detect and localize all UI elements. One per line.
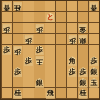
board-square-7i[interactable] [23, 88, 34, 99]
board-square-7a[interactable] [23, 1, 34, 12]
board-square-6g[interactable] [34, 66, 45, 77]
board-square-1d[interactable] [88, 34, 99, 45]
board-square-4a[interactable] [55, 1, 66, 12]
board-square-4h[interactable] [55, 77, 66, 88]
board-square-9d[interactable] [1, 34, 12, 45]
board-square-6d[interactable] [34, 34, 45, 45]
board-square-5f[interactable] [45, 55, 56, 66]
shogi-piece-pawn-8e[interactable]: 歩 [13, 46, 22, 56]
board-square-6b[interactable] [34, 12, 45, 23]
board-square-7b[interactable] [23, 12, 34, 23]
board-square-9h[interactable] [1, 77, 12, 88]
board-square-4f[interactable] [55, 55, 66, 66]
shogi-app-frame: 香桂香と歩歩金歩歩銀歩歩歩歩王角歩歩歩歩銀銀銀玉桂飛桂 [0, 0, 100, 100]
board-square-2b[interactable] [77, 12, 88, 23]
board-square-1b[interactable] [88, 12, 99, 23]
board-square-7h[interactable] [23, 77, 34, 88]
board-square-5c[interactable] [45, 23, 56, 34]
board-square-4g[interactable] [55, 66, 66, 77]
board-square-2f[interactable] [77, 55, 88, 66]
board-square-3c[interactable] [66, 23, 77, 34]
board-square-9b[interactable] [1, 12, 12, 23]
board-square-1e[interactable] [88, 45, 99, 56]
board-square-2a[interactable] [77, 1, 88, 12]
board-square-5a[interactable] [45, 1, 56, 12]
board-square-3e[interactable] [66, 45, 77, 56]
board-square-8f[interactable] [12, 55, 23, 66]
board-square-3a[interactable] [66, 1, 77, 12]
board-square-4d[interactable] [55, 34, 66, 45]
board-square-3b[interactable] [66, 12, 77, 23]
board-square-4c[interactable] [55, 23, 66, 34]
board-square-9f[interactable] [1, 55, 12, 66]
board-square-5g[interactable] [45, 66, 56, 77]
board-square-7g[interactable] [23, 66, 34, 77]
board-square-4e[interactable] [55, 45, 66, 56]
board-square-6a[interactable] [34, 1, 45, 12]
board-square-3h[interactable] [66, 77, 77, 88]
board-square-2e[interactable] [77, 45, 88, 56]
shogi-board[interactable]: 香桂香と歩歩金歩歩銀歩歩歩歩王角歩歩歩歩銀銀銀玉桂飛桂 [1, 1, 99, 99]
board-square-5d[interactable] [45, 34, 56, 45]
board-square-1c[interactable] [88, 23, 99, 34]
board-square-8b[interactable] [12, 12, 23, 23]
board-square-9i[interactable] [1, 88, 12, 99]
board-square-4b[interactable] [55, 12, 66, 23]
board-square-3i[interactable] [66, 88, 77, 99]
board-square-7e[interactable] [23, 45, 34, 56]
board-square-5h[interactable] [45, 77, 56, 88]
board-square-7c[interactable] [23, 23, 34, 34]
board-square-4i[interactable] [55, 88, 66, 99]
board-square-5e[interactable] [45, 45, 56, 56]
board-square-8d[interactable] [12, 34, 23, 45]
board-square-8h[interactable] [12, 77, 23, 88]
board-square-9g[interactable] [1, 66, 12, 77]
board-square-1i[interactable] [88, 88, 99, 99]
board-square-8c[interactable] [12, 23, 23, 34]
board-square-6i[interactable] [34, 88, 45, 99]
